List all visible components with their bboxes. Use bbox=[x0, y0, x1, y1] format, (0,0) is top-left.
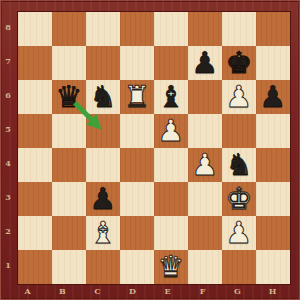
square-c4[interactable] bbox=[86, 148, 120, 182]
piece-black-pawn-c3[interactable]: ♟ bbox=[86, 182, 120, 216]
square-e1[interactable]: ♛ bbox=[154, 250, 188, 284]
square-f4[interactable]: ♟ bbox=[188, 148, 222, 182]
square-b2[interactable] bbox=[52, 216, 86, 250]
square-d4[interactable] bbox=[120, 148, 154, 182]
square-f2[interactable] bbox=[188, 216, 222, 250]
square-c7[interactable] bbox=[86, 46, 120, 80]
square-b3[interactable] bbox=[52, 182, 86, 216]
piece-black-queen-b6[interactable]: ♛ bbox=[52, 80, 86, 114]
file-labels: ABCDEFGH bbox=[10, 284, 290, 300]
piece-white-pawn-g2[interactable]: ♟ bbox=[222, 216, 256, 250]
square-a8[interactable] bbox=[18, 12, 52, 46]
piece-white-bishop-c2[interactable]: ♝ bbox=[86, 216, 120, 250]
rank-label-7: 7 bbox=[0, 45, 16, 79]
square-f5[interactable] bbox=[188, 114, 222, 148]
square-g1[interactable] bbox=[222, 250, 256, 284]
square-h5[interactable] bbox=[256, 114, 290, 148]
square-e4[interactable] bbox=[154, 148, 188, 182]
piece-black-bishop-e6[interactable]: ♝ bbox=[154, 80, 188, 114]
rank-label-3: 3 bbox=[0, 181, 16, 215]
file-label-a: A bbox=[10, 284, 45, 300]
square-b7[interactable] bbox=[52, 46, 86, 80]
square-g4[interactable]: ♞ bbox=[222, 148, 256, 182]
square-a6[interactable] bbox=[18, 80, 52, 114]
square-c1[interactable] bbox=[86, 250, 120, 284]
square-g5[interactable] bbox=[222, 114, 256, 148]
square-h8[interactable] bbox=[256, 12, 290, 46]
piece-black-king-g7[interactable]: ♚ bbox=[222, 46, 256, 80]
file-label-b: B bbox=[45, 284, 80, 300]
file-label-d: D bbox=[115, 284, 150, 300]
square-g2[interactable]: ♟ bbox=[222, 216, 256, 250]
square-b8[interactable] bbox=[52, 12, 86, 46]
square-e3[interactable] bbox=[154, 182, 188, 216]
file-label-g: G bbox=[220, 284, 255, 300]
piece-black-pawn-f7[interactable]: ♟ bbox=[188, 46, 222, 80]
rank-label-2: 2 bbox=[0, 215, 16, 249]
file-label-e: E bbox=[150, 284, 185, 300]
square-h6[interactable]: ♟ bbox=[256, 80, 290, 114]
square-d6[interactable]: ♜ bbox=[120, 80, 154, 114]
square-b5[interactable] bbox=[52, 114, 86, 148]
square-h1[interactable] bbox=[256, 250, 290, 284]
square-f8[interactable] bbox=[188, 12, 222, 46]
square-a5[interactable] bbox=[18, 114, 52, 148]
piece-black-knight-g4[interactable]: ♞ bbox=[222, 148, 256, 182]
piece-black-knight-c6[interactable]: ♞ bbox=[86, 80, 120, 114]
square-h7[interactable] bbox=[256, 46, 290, 80]
square-c5[interactable] bbox=[86, 114, 120, 148]
chess-board: ♟♚♛♞♜♝♟♟♟♟♞♟♚♝♟♛ bbox=[17, 11, 291, 285]
square-f3[interactable] bbox=[188, 182, 222, 216]
square-e6[interactable]: ♝ bbox=[154, 80, 188, 114]
square-d3[interactable] bbox=[120, 182, 154, 216]
square-a3[interactable] bbox=[18, 182, 52, 216]
rank-label-5: 5 bbox=[0, 113, 16, 147]
file-label-f: F bbox=[185, 284, 220, 300]
square-a4[interactable] bbox=[18, 148, 52, 182]
square-b4[interactable] bbox=[52, 148, 86, 182]
square-d5[interactable] bbox=[120, 114, 154, 148]
square-h2[interactable] bbox=[256, 216, 290, 250]
rank-label-4: 4 bbox=[0, 147, 16, 181]
square-b6[interactable]: ♛ bbox=[52, 80, 86, 114]
piece-black-pawn-h6[interactable]: ♟ bbox=[256, 80, 290, 114]
piece-white-pawn-e5[interactable]: ♟ bbox=[154, 114, 188, 148]
square-f1[interactable] bbox=[188, 250, 222, 284]
square-c8[interactable] bbox=[86, 12, 120, 46]
rank-label-6: 6 bbox=[0, 79, 16, 113]
square-e7[interactable] bbox=[154, 46, 188, 80]
rank-label-8: 8 bbox=[0, 11, 16, 45]
square-c3[interactable]: ♟ bbox=[86, 182, 120, 216]
square-c6[interactable]: ♞ bbox=[86, 80, 120, 114]
square-d2[interactable] bbox=[120, 216, 154, 250]
chess-board-frame: 87654321 ABCDEFGH ♟♚♛♞♜♝♟♟♟♟♞♟♚♝♟♛ bbox=[0, 0, 300, 300]
piece-white-pawn-g6[interactable]: ♟ bbox=[222, 80, 256, 114]
square-e8[interactable] bbox=[154, 12, 188, 46]
square-h3[interactable] bbox=[256, 182, 290, 216]
square-a1[interactable] bbox=[18, 250, 52, 284]
square-g8[interactable] bbox=[222, 12, 256, 46]
piece-white-rook-d6[interactable]: ♜ bbox=[120, 80, 154, 114]
rank-label-1: 1 bbox=[0, 249, 16, 283]
square-f7[interactable]: ♟ bbox=[188, 46, 222, 80]
square-d1[interactable] bbox=[120, 250, 154, 284]
square-c2[interactable]: ♝ bbox=[86, 216, 120, 250]
square-h4[interactable] bbox=[256, 148, 290, 182]
square-d7[interactable] bbox=[120, 46, 154, 80]
square-d8[interactable] bbox=[120, 12, 154, 46]
square-a7[interactable] bbox=[18, 46, 52, 80]
square-g7[interactable]: ♚ bbox=[222, 46, 256, 80]
square-e5[interactable]: ♟ bbox=[154, 114, 188, 148]
file-label-c: C bbox=[80, 284, 115, 300]
square-b1[interactable] bbox=[52, 250, 86, 284]
rank-labels: 87654321 bbox=[0, 11, 16, 283]
square-a2[interactable] bbox=[18, 216, 52, 250]
piece-white-pawn-f4[interactable]: ♟ bbox=[188, 148, 222, 182]
square-f6[interactable] bbox=[188, 80, 222, 114]
piece-white-queen-e1[interactable]: ♛ bbox=[154, 250, 188, 284]
square-g6[interactable]: ♟ bbox=[222, 80, 256, 114]
piece-white-king-g3[interactable]: ♚ bbox=[222, 182, 256, 216]
file-label-h: H bbox=[255, 284, 290, 300]
square-g3[interactable]: ♚ bbox=[222, 182, 256, 216]
square-e2[interactable] bbox=[154, 216, 188, 250]
